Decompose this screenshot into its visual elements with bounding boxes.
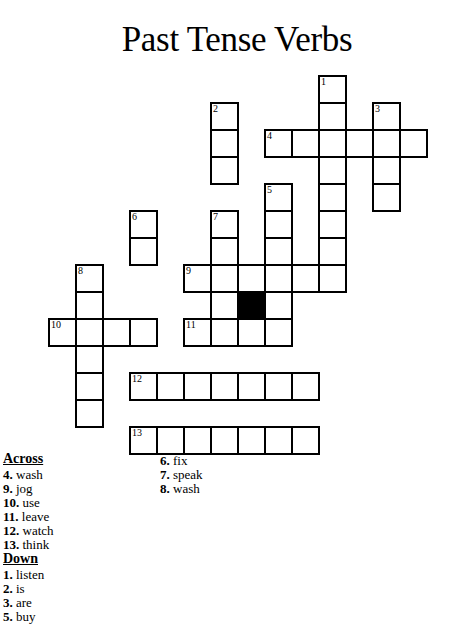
cell-number: 3 [375, 104, 380, 114]
grid-cell[interactable]: 12 [129, 372, 158, 401]
grid-cell[interactable]: 3 [372, 102, 401, 131]
grid-cell[interactable]: 8 [75, 264, 104, 293]
clue-text: watch [19, 523, 53, 538]
clues-column-1: Across 4. wash9. jog10. use11. leave12. … [3, 452, 54, 624]
clue-line: 7. speak [160, 468, 203, 482]
clue-text: wash [170, 481, 200, 496]
grid-cell[interactable] [210, 426, 239, 455]
grid-cell[interactable] [372, 129, 401, 158]
grid-cell[interactable] [264, 291, 293, 320]
clue-number: 11. [3, 509, 19, 524]
grid-cell[interactable] [210, 156, 239, 185]
clue-line: 3. are [3, 596, 54, 610]
grid-cell[interactable] [345, 129, 374, 158]
clue-text: buy [13, 609, 36, 624]
grid-cell[interactable] [318, 129, 347, 158]
clue-line: 6. fix [160, 454, 203, 468]
clue-number: 9. [3, 481, 13, 496]
clue-line: 5. buy [3, 610, 54, 624]
grid-cell[interactable] [210, 129, 239, 158]
grid-cell[interactable] [237, 264, 266, 293]
clue-line: 9. jog [3, 482, 54, 496]
cell-number: 10 [51, 320, 61, 330]
clue-number: 3. [3, 595, 13, 610]
grid-cell[interactable]: 10 [48, 318, 77, 347]
grid-cell[interactable]: 6 [129, 210, 158, 239]
clue-number: 7. [160, 467, 170, 482]
cell-number: 11 [186, 320, 196, 330]
grid-cell[interactable] [399, 129, 428, 158]
grid-cell[interactable] [156, 426, 185, 455]
grid-cell[interactable] [75, 291, 104, 320]
clue-number: 4. [3, 467, 13, 482]
clue-number: 10. [3, 495, 19, 510]
clues-column-2: 6. fix7. speak8. wash [160, 454, 203, 496]
grid-cell[interactable] [210, 291, 239, 320]
down-header: Down [3, 552, 54, 566]
grid-cell[interactable] [372, 156, 401, 185]
grid-cell[interactable] [291, 372, 320, 401]
clue-text: leave [19, 509, 50, 524]
black-cell [237, 291, 266, 320]
clue-line: 12. watch [3, 524, 54, 538]
grid-cell[interactable] [183, 372, 212, 401]
grid-cell[interactable] [129, 318, 158, 347]
crossword-grid: 12345678910111213 [48, 75, 428, 455]
across-clue-list: 4. wash9. jog10. use11. leave12. watch13… [3, 468, 54, 552]
cell-number: 7 [213, 212, 218, 222]
clue-text: listen [13, 567, 44, 582]
clue-number: 2. [3, 581, 13, 596]
clue-text: are [13, 595, 32, 610]
crossword-worksheet: Past Tense Verbs 12345678910111213 Acros… [0, 0, 474, 629]
grid-cell[interactable]: 9 [183, 264, 212, 293]
clue-text: speak [170, 467, 203, 482]
grid-cell[interactable] [264, 237, 293, 266]
clue-text: is [13, 581, 25, 596]
grid-cell[interactable] [210, 237, 239, 266]
grid-cell[interactable]: 1 [318, 75, 347, 104]
cell-number: 12 [132, 374, 142, 384]
clue-line: 2. is [3, 582, 54, 596]
clue-number: 13. [3, 537, 19, 552]
cell-number: 2 [213, 104, 218, 114]
across-header: Across [3, 452, 54, 466]
grid-cell[interactable] [102, 318, 131, 347]
grid-cell[interactable] [75, 399, 104, 428]
grid-cell[interactable] [210, 318, 239, 347]
grid-cell[interactable] [75, 318, 104, 347]
grid-cell[interactable]: 7 [210, 210, 239, 239]
clue-line: 13. think [3, 538, 54, 552]
clue-number: 12. [3, 523, 19, 538]
clue-line: 1. listen [3, 568, 54, 582]
cell-number: 5 [267, 185, 272, 195]
cell-number: 6 [132, 212, 137, 222]
grid-cell[interactable] [237, 318, 266, 347]
grid-cell[interactable] [210, 264, 239, 293]
grid-cell[interactable] [237, 372, 266, 401]
clue-text: use [19, 495, 40, 510]
cell-number: 8 [78, 266, 83, 276]
clue-text: fix [170, 453, 188, 468]
cell-number: 13 [132, 428, 142, 438]
grid-cell[interactable] [291, 426, 320, 455]
clue-number: 8. [160, 481, 170, 496]
grid-cell[interactable] [156, 372, 185, 401]
clue-line: 10. use [3, 496, 54, 510]
grid-cell[interactable] [237, 426, 266, 455]
grid-cell[interactable] [183, 426, 212, 455]
grid-cell[interactable] [318, 210, 347, 239]
grid-cell[interactable]: 4 [264, 129, 293, 158]
clue-text: wash [13, 467, 43, 482]
grid-cell[interactable] [318, 156, 347, 185]
grid-cell[interactable] [318, 183, 347, 212]
clue-line: 11. leave [3, 510, 54, 524]
clue-number: 5. [3, 609, 13, 624]
grid-cell[interactable]: 13 [129, 426, 158, 455]
grid-cell[interactable] [318, 102, 347, 131]
grid-cell[interactable] [291, 129, 320, 158]
grid-cell[interactable] [318, 237, 347, 266]
grid-cell[interactable] [264, 372, 293, 401]
page-title: Past Tense Verbs [0, 22, 474, 58]
cell-number: 9 [186, 266, 191, 276]
grid-cell[interactable] [75, 372, 104, 401]
grid-cell[interactable] [75, 345, 104, 374]
clue-line: 8. wash [160, 482, 203, 496]
grid-cell[interactable] [318, 264, 347, 293]
grid-cell[interactable] [264, 318, 293, 347]
grid-cell[interactable]: 5 [264, 183, 293, 212]
grid-cell[interactable] [264, 264, 293, 293]
clue-text: jog [13, 481, 33, 496]
grid-cell[interactable] [210, 372, 239, 401]
clue-text: think [19, 537, 49, 552]
down-clue-list: 1. listen2. is3. are5. buy [3, 568, 54, 624]
cell-number: 1 [321, 77, 326, 87]
clue-number: 6. [160, 453, 170, 468]
grid-cell[interactable] [264, 426, 293, 455]
grid-cell[interactable] [264, 210, 293, 239]
clue-number: 1. [3, 567, 13, 582]
grid-cell[interactable]: 2 [210, 102, 239, 131]
grid-cell[interactable] [129, 237, 158, 266]
clue-line: 4. wash [3, 468, 54, 482]
grid-cell[interactable] [291, 264, 320, 293]
grid-cell[interactable]: 11 [183, 318, 212, 347]
cell-number: 4 [267, 131, 272, 141]
grid-cell[interactable] [372, 183, 401, 212]
